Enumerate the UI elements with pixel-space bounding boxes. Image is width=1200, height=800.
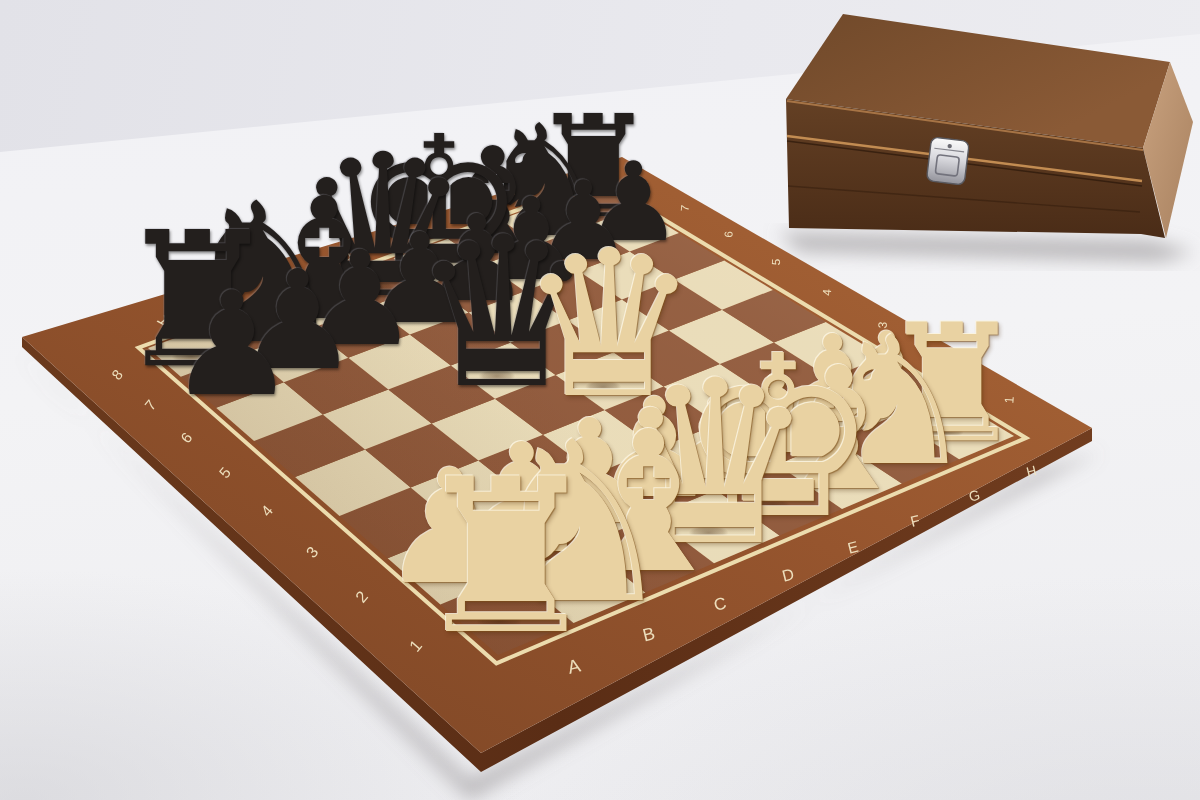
rank-label-h-side-6: 6 [722, 231, 734, 238]
storage-box [786, 14, 1193, 238]
rank-label-h-side-1: 1 [1002, 396, 1016, 404]
rank-label-h-side-2: 2 [936, 357, 950, 365]
playing-field [148, 184, 1014, 655]
chessboard-and-box: AABBCCDDEEFFGGHH1122334455667788 [0, 0, 1200, 800]
clasp-icon [926, 137, 969, 185]
rank-label-h-side-5: 5 [769, 258, 782, 265]
rank-label-h-side-8: 8 [638, 181, 650, 188]
product-photo-scene: AABBCCDDEEFFGGHH1122334455667788 ♜♞♟♝♟♚♟… [0, 0, 1200, 800]
rank-label-h-side-7: 7 [678, 205, 690, 212]
rank-label-h-side-3: 3 [875, 321, 889, 329]
